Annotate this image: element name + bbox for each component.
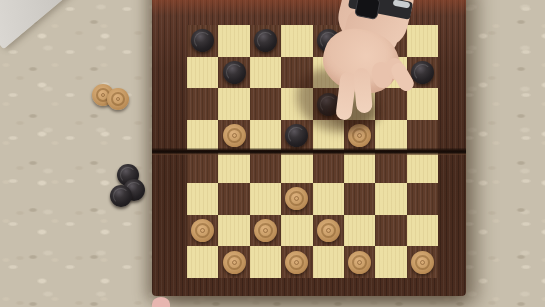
square-r8c5[interactable] xyxy=(313,246,344,278)
square-r5c5[interactable] xyxy=(313,152,344,184)
square-r2c2[interactable] xyxy=(218,57,249,89)
square-r3c1[interactable] xyxy=(187,88,218,120)
square-r8c1[interactable] xyxy=(187,246,218,278)
square-r6c4[interactable] xyxy=(281,183,312,215)
square-r3c8[interactable] xyxy=(407,88,438,120)
square-r8c2[interactable] xyxy=(218,246,249,278)
square-r4c1[interactable] xyxy=(187,120,218,152)
black-piece-r1c1[interactable] xyxy=(191,29,214,52)
square-r1c4[interactable] xyxy=(281,25,312,57)
square-r5c3[interactable] xyxy=(250,152,281,184)
square-r1c2[interactable] xyxy=(218,25,249,57)
light-piece-r8c2[interactable] xyxy=(223,251,246,274)
square-r3c7[interactable] xyxy=(375,88,406,120)
square-r6c8[interactable] xyxy=(407,183,438,215)
light-piece-r8c8[interactable] xyxy=(411,251,434,274)
square-r3c2[interactable] xyxy=(218,88,249,120)
black-piece-r1c3[interactable] xyxy=(254,29,277,52)
square-r3c3[interactable] xyxy=(250,88,281,120)
square-r4c8[interactable] xyxy=(407,120,438,152)
square-r8c3[interactable] xyxy=(250,246,281,278)
black-piece-r2c2[interactable] xyxy=(223,61,246,84)
square-r5c7[interactable] xyxy=(375,152,406,184)
square-r7c3[interactable] xyxy=(250,215,281,247)
square-r4c7[interactable] xyxy=(375,120,406,152)
light-piece-r8c6[interactable] xyxy=(348,251,371,274)
square-r8c7[interactable] xyxy=(375,246,406,278)
black-captured-piece-3[interactable] xyxy=(110,185,132,207)
square-r4c3[interactable] xyxy=(250,120,281,152)
square-r7c5[interactable] xyxy=(313,215,344,247)
square-r6c7[interactable] xyxy=(375,183,406,215)
square-r5c1[interactable] xyxy=(187,152,218,184)
white-object xyxy=(0,0,71,49)
square-r5c8[interactable] xyxy=(407,152,438,184)
square-r8c4[interactable] xyxy=(281,246,312,278)
light-piece-r8c4[interactable] xyxy=(285,251,308,274)
square-r2c3[interactable] xyxy=(250,57,281,89)
square-r7c2[interactable] xyxy=(218,215,249,247)
black-piece-r2c8[interactable] xyxy=(411,61,434,84)
square-r8c8[interactable] xyxy=(407,246,438,278)
square-r2c1[interactable] xyxy=(187,57,218,89)
square-r7c7[interactable] xyxy=(375,215,406,247)
square-r4c2[interactable] xyxy=(218,120,249,152)
square-r6c5[interactable] xyxy=(313,183,344,215)
square-r7c1[interactable] xyxy=(187,215,218,247)
light-piece-r7c3[interactable] xyxy=(254,219,277,242)
board-hinge-seam xyxy=(152,148,466,155)
light-piece-r4c2[interactable] xyxy=(223,124,246,147)
square-r6c3[interactable] xyxy=(250,183,281,215)
square-r6c2[interactable] xyxy=(218,183,249,215)
light-piece-r7c5[interactable] xyxy=(317,219,340,242)
light-piece-r7c1[interactable] xyxy=(191,219,214,242)
board-top-edge xyxy=(152,0,466,16)
black-piece-r4c4[interactable] xyxy=(285,124,308,147)
square-r1c8[interactable] xyxy=(407,25,438,57)
pink-object xyxy=(152,297,170,307)
square-r1c3[interactable] xyxy=(250,25,281,57)
light-captured-piece-2[interactable] xyxy=(107,88,129,110)
square-r5c4[interactable] xyxy=(281,152,312,184)
square-r6c6[interactable] xyxy=(344,183,375,215)
square-r4c4[interactable] xyxy=(281,120,312,152)
scene xyxy=(0,0,545,307)
light-piece-r6c4[interactable] xyxy=(285,187,308,210)
square-r6c1[interactable] xyxy=(187,183,218,215)
square-r7c4[interactable] xyxy=(281,215,312,247)
square-r8c6[interactable] xyxy=(344,246,375,278)
square-r5c2[interactable] xyxy=(218,152,249,184)
square-r5c6[interactable] xyxy=(344,152,375,184)
square-r7c8[interactable] xyxy=(407,215,438,247)
square-r1c1[interactable] xyxy=(187,25,218,57)
square-r7c6[interactable] xyxy=(344,215,375,247)
